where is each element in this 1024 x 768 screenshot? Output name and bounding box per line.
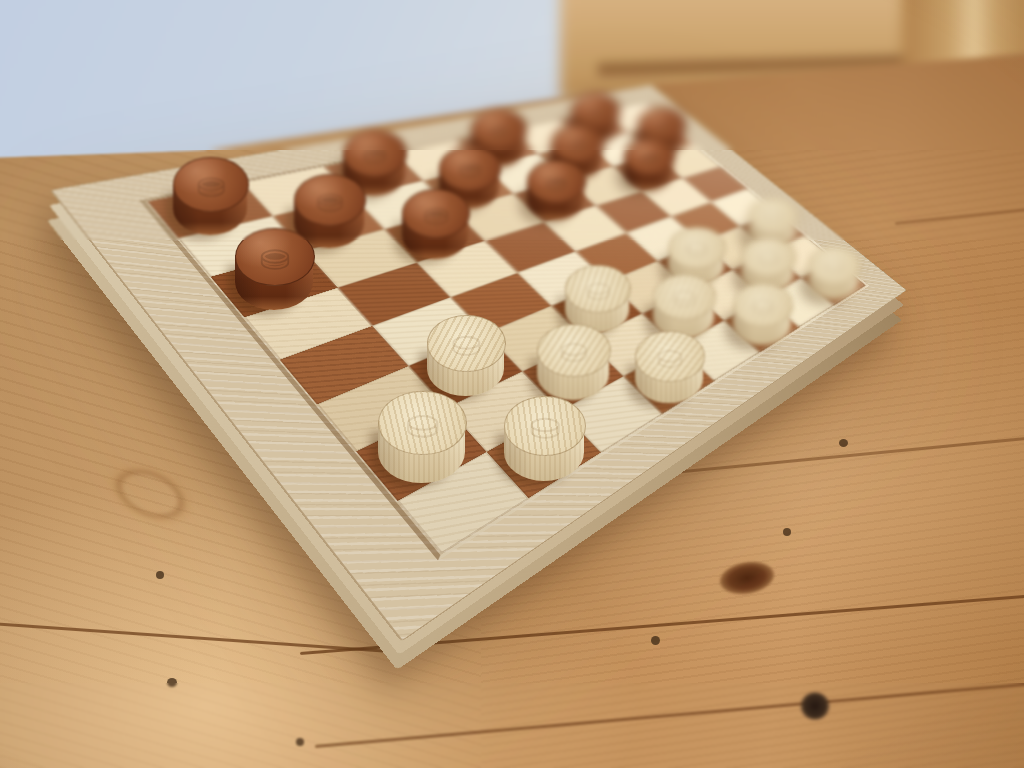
dark-checker[interactable]: ⛂ — [624, 138, 673, 190]
light-checker[interactable]: ⛀ — [653, 274, 714, 339]
checker-top: ⛀ — [427, 315, 505, 372]
light-checker[interactable]: ⛀ — [808, 246, 859, 300]
checker-top: ⛀ — [378, 391, 466, 455]
checker-top: ⛀ — [635, 331, 704, 382]
light-checker[interactable]: ⛀ — [504, 396, 584, 481]
light-checker[interactable]: ⛀ — [565, 265, 629, 333]
checker-top: ⛂ — [638, 107, 686, 142]
checker-top: ⛂ — [343, 130, 408, 177]
checker-top: ⛂ — [527, 160, 585, 203]
checker-top: ⛂ — [235, 228, 315, 286]
dark-checker[interactable]: ⛂ — [235, 228, 313, 310]
checker-top: ⛀ — [733, 283, 793, 327]
photo-scene: ⛂⛂⛂⛂⛂⛂⛂⛂⛂⛂⛂⛂⛀⛀⛀⛀⛀⛀⛀⛀⛀⛀⛀⛀ — [0, 0, 1024, 768]
light-checker[interactable]: ⛀ — [427, 315, 503, 396]
checker-top: ⛀ — [537, 324, 611, 378]
checker-top: ⛂ — [439, 146, 500, 191]
checker-top: ⛀ — [504, 396, 586, 456]
checker-top: ⛀ — [748, 197, 799, 234]
checker-top: ⛂ — [402, 189, 469, 238]
dark-checker[interactable]: ⛂ — [173, 157, 247, 235]
light-checker[interactable]: ⛀ — [733, 283, 791, 344]
checker-top: ⛀ — [565, 265, 631, 313]
checker-top: ⛀ — [668, 227, 726, 269]
checker-top: ⛀ — [741, 237, 796, 277]
checker-top: ⛂ — [471, 109, 527, 150]
dark-checker[interactable]: ⛂ — [527, 160, 583, 220]
checker-top: ⛂ — [173, 157, 249, 212]
checker-top: ⛂ — [294, 174, 365, 226]
light-checker[interactable]: ⛀ — [537, 324, 609, 400]
light-checker[interactable]: ⛀ — [635, 331, 702, 402]
checker-top: ⛀ — [808, 246, 861, 284]
dark-checker[interactable]: ⛂ — [402, 189, 467, 258]
pieces-layer: ⛂⛂⛂⛂⛂⛂⛂⛂⛂⛂⛂⛂⛀⛀⛀⛀⛀⛀⛀⛀⛀⛀⛀⛀ — [0, 0, 1024, 768]
light-checker[interactable]: ⛀ — [378, 391, 464, 483]
